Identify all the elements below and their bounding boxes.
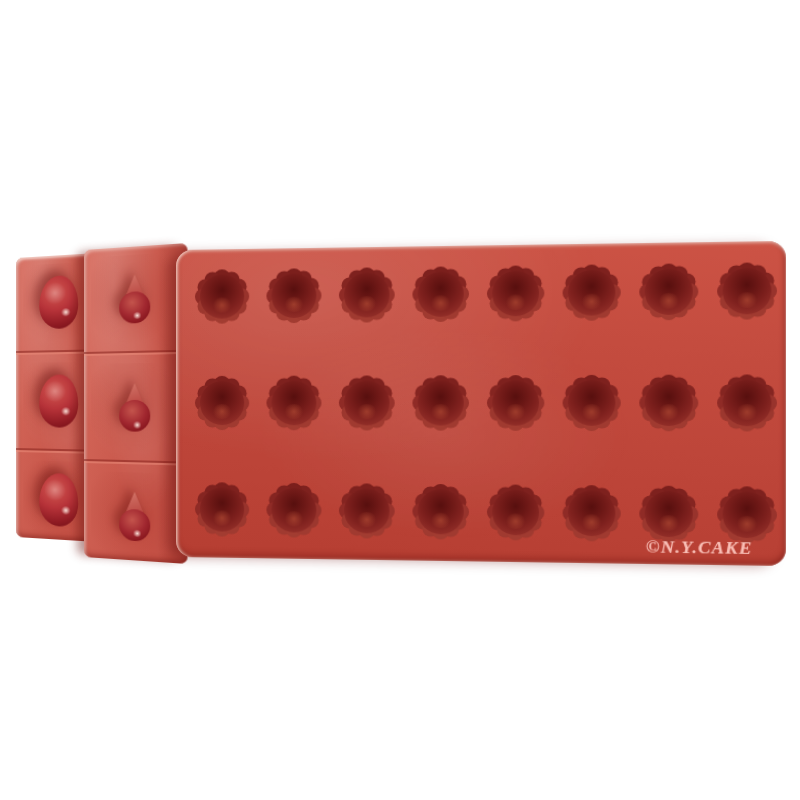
- egg-sheen: [45, 281, 66, 304]
- teardrop-mold-section: [84, 461, 188, 573]
- cavity-interior: [568, 270, 615, 316]
- fluted-cavity: [266, 483, 321, 538]
- teardrop-mold-tray: [84, 243, 188, 564]
- cavity-inner-glow: [431, 295, 451, 311]
- egg-highlight: [60, 407, 70, 415]
- egg-cavity-dome: [39, 473, 78, 528]
- cavity-inner-glow: [736, 292, 757, 308]
- fluted-cavity: [717, 486, 777, 544]
- cavity-inner-glow: [736, 404, 757, 420]
- cavity-inner-glow: [284, 297, 304, 312]
- cavity-inner-glow: [284, 404, 304, 419]
- fluted-cavity: [563, 264, 621, 321]
- cavity-interior: [492, 490, 539, 536]
- cavity-interior: [344, 272, 389, 317]
- teardrop-cavity-dome: [119, 273, 150, 323]
- cavity-interior: [200, 274, 244, 319]
- cavity-inner-glow: [357, 512, 377, 527]
- fluted-cavity: [339, 375, 395, 430]
- cavity-interior: [272, 381, 317, 426]
- fluted-mold-tray: ©N.Y.CAKE: [176, 241, 786, 566]
- fluted-cavity: [339, 483, 395, 539]
- cavity-interior: [568, 380, 615, 426]
- cavity-interior: [272, 488, 317, 533]
- cavity-inner-glow: [505, 404, 526, 419]
- egg-cavity-dome: [39, 275, 78, 330]
- fluted-cavity: [487, 375, 544, 431]
- cavity-inner-glow: [357, 296, 377, 311]
- fluted-cavity: [266, 268, 321, 323]
- cavity-interior: [200, 487, 244, 532]
- cavity-interior: [200, 381, 244, 425]
- cavity-interior: [723, 268, 772, 315]
- cavity-interior: [645, 491, 693, 538]
- product-photo: ©N.Y.CAKE: [0, 0, 800, 800]
- cavity-interior: [418, 380, 464, 425]
- cavity-inner-glow: [212, 510, 231, 525]
- cavity-inner-glow: [658, 293, 679, 309]
- fluted-cavity: [195, 482, 249, 537]
- egg-sheen: [45, 479, 66, 502]
- teardrop-mold-section: [84, 243, 188, 354]
- cavity-inner-glow: [581, 514, 602, 530]
- cavity-inner-glow: [284, 511, 304, 526]
- fluted-cavity: [563, 375, 621, 431]
- cavity-interior: [344, 488, 389, 533]
- cavity-inner-glow: [505, 294, 526, 310]
- teardrop-cavity-dome: [119, 491, 150, 542]
- cavity-interior: [418, 489, 464, 535]
- teardrop-ball: [119, 508, 150, 541]
- cavity-interior: [418, 271, 464, 317]
- egg-highlight: [60, 506, 70, 515]
- fluted-cavity: [266, 376, 321, 431]
- cavity-inner-glow: [505, 513, 526, 529]
- fluted-cavity: [412, 375, 469, 431]
- cavity-interior: [723, 380, 772, 427]
- cavity-inner-glow: [736, 516, 757, 532]
- cavity-inner-glow: [581, 404, 602, 420]
- cavity-interior: [492, 270, 539, 316]
- teardrop-mold-section: [84, 352, 188, 463]
- egg-cavity-dome: [39, 375, 78, 428]
- fluted-cavity: [639, 486, 698, 543]
- fluted-cavity: [195, 269, 249, 324]
- watermark-text: ©N.Y.CAKE: [646, 537, 753, 559]
- fluted-cavity: [412, 266, 469, 322]
- cavity-interior: [568, 490, 615, 536]
- fluted-cavity: [639, 375, 698, 432]
- fluted-cavity: [717, 262, 777, 320]
- cavity-interior: [723, 491, 772, 538]
- cavity-interior: [645, 269, 693, 316]
- fluted-cavity: [339, 267, 395, 323]
- cavity-inner-glow: [357, 404, 377, 419]
- cavity-inner-glow: [658, 515, 679, 531]
- cavity-inner-glow: [431, 513, 451, 529]
- fluted-cavity: [717, 374, 777, 431]
- fluted-cavity: [639, 263, 698, 320]
- cavity-inner-glow: [658, 404, 679, 420]
- cavity-inner-glow: [581, 294, 602, 310]
- cavity-inner-glow: [212, 297, 231, 312]
- egg-sheen: [45, 380, 66, 402]
- teardrop-cavity-dome: [119, 383, 150, 432]
- fluted-cavity: [195, 376, 249, 430]
- cavity-interior: [492, 380, 539, 426]
- cavity-interior: [645, 380, 693, 426]
- cavity-interior: [344, 381, 389, 426]
- cavity-interior: [272, 273, 317, 318]
- cavity-inner-glow: [212, 404, 231, 419]
- fluted-cavity: [487, 265, 544, 321]
- fluted-cavity: [563, 485, 621, 542]
- fluted-cavity: [412, 484, 469, 540]
- fluted-cavity: [487, 484, 544, 540]
- cavity-inner-glow: [431, 404, 451, 419]
- cavity-grid: [195, 262, 777, 544]
- egg-highlight: [60, 308, 70, 317]
